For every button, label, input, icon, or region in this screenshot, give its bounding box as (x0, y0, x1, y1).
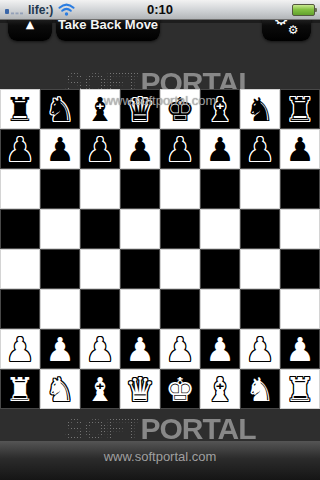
piece-white-rook[interactable]: ♜ (5, 373, 35, 406)
square-h3[interactable] (280, 289, 320, 329)
piece-white-rook[interactable]: ♜ (285, 373, 315, 406)
square-g7[interactable]: ♟ (240, 129, 280, 169)
piece-black-bishop[interactable]: ♝ (85, 93, 115, 126)
square-b2[interactable]: ♟ (40, 329, 80, 369)
piece-white-pawn[interactable]: ♟ (245, 333, 275, 366)
softportal-watermark-bottom: SOFTPORTAL (0, 414, 320, 444)
gear-small-icon: ⚙ (288, 24, 299, 36)
piece-white-pawn[interactable]: ♟ (165, 333, 195, 366)
piece-black-pawn[interactable]: ♟ (245, 133, 275, 166)
square-g6[interactable] (240, 169, 280, 209)
square-a5[interactable] (0, 209, 40, 249)
piece-black-pawn[interactable]: ♟ (85, 133, 115, 166)
square-f1[interactable]: ♝ (200, 369, 240, 409)
piece-black-pawn[interactable]: ♟ (125, 133, 155, 166)
piece-black-pawn[interactable]: ♟ (285, 133, 315, 166)
square-e5[interactable] (160, 209, 200, 249)
square-c1[interactable]: ♝ (80, 369, 120, 409)
square-h2[interactable]: ♟ (280, 329, 320, 369)
status-bar: life:) 0:10 (0, 0, 320, 20)
wifi-icon (58, 3, 75, 16)
square-g4[interactable] (240, 249, 280, 289)
piece-white-bishop[interactable]: ♝ (205, 373, 235, 406)
square-c7[interactable]: ♟ (80, 129, 120, 169)
piece-white-knight[interactable]: ♞ (45, 373, 75, 406)
chess-board[interactable]: ♜♞♝♛♚♝♞♜♟♟♟♟♟♟♟♟♟♟♟♟♟♟♟♟♜♞♝♛♚♝♞♜ (0, 89, 320, 409)
piece-white-pawn[interactable]: ♟ (45, 333, 75, 366)
square-e1[interactable]: ♚ (160, 369, 200, 409)
square-d7[interactable]: ♟ (120, 129, 160, 169)
piece-white-pawn[interactable]: ♟ (125, 333, 155, 366)
square-e8[interactable]: ♚ (160, 89, 200, 129)
piece-white-bishop[interactable]: ♝ (85, 373, 115, 406)
square-f5[interactable] (200, 209, 240, 249)
square-d6[interactable] (120, 169, 160, 209)
square-g1[interactable]: ♞ (240, 369, 280, 409)
square-c4[interactable] (80, 249, 120, 289)
square-c5[interactable] (80, 209, 120, 249)
piece-white-king[interactable]: ♚ (165, 373, 195, 406)
piece-black-knight[interactable]: ♞ (245, 93, 275, 126)
square-e2[interactable]: ♟ (160, 329, 200, 369)
piece-black-pawn[interactable]: ♟ (5, 133, 35, 166)
square-f3[interactable] (200, 289, 240, 329)
square-a7[interactable]: ♟ (0, 129, 40, 169)
app-screen: life:) 0:10 SOFTPORTAL www.softportal.co… (0, 0, 320, 480)
piece-black-king[interactable]: ♚ (165, 93, 195, 126)
square-c8[interactable]: ♝ (80, 89, 120, 129)
piece-black-knight[interactable]: ♞ (45, 93, 75, 126)
piece-white-pawn[interactable]: ♟ (205, 333, 235, 366)
square-d1[interactable]: ♛ (120, 369, 160, 409)
square-h7[interactable]: ♟ (280, 129, 320, 169)
bottom-toolbar (0, 441, 320, 480)
square-f4[interactable] (200, 249, 240, 289)
square-d2[interactable]: ♟ (120, 329, 160, 369)
square-f8[interactable]: ♝ (200, 89, 240, 129)
carrier-label: life:) (28, 3, 53, 17)
square-h6[interactable] (280, 169, 320, 209)
square-b1[interactable]: ♞ (40, 369, 80, 409)
square-b6[interactable] (40, 169, 80, 209)
piece-black-pawn[interactable]: ♟ (165, 133, 195, 166)
square-b5[interactable] (40, 209, 80, 249)
piece-black-rook[interactable]: ♜ (285, 93, 315, 126)
piece-white-pawn[interactable]: ♟ (285, 333, 315, 366)
square-c3[interactable] (80, 289, 120, 329)
square-c6[interactable] (80, 169, 120, 209)
square-f6[interactable] (200, 169, 240, 209)
square-a8[interactable]: ♜ (0, 89, 40, 129)
square-h4[interactable] (280, 249, 320, 289)
square-e3[interactable] (160, 289, 200, 329)
square-e6[interactable] (160, 169, 200, 209)
square-f2[interactable]: ♟ (200, 329, 240, 369)
square-d8[interactable]: ♛ (120, 89, 160, 129)
piece-white-knight[interactable]: ♞ (245, 373, 275, 406)
square-b7[interactable]: ♟ (40, 129, 80, 169)
square-c2[interactable]: ♟ (80, 329, 120, 369)
square-b3[interactable] (40, 289, 80, 329)
battery-icon (292, 4, 315, 16)
piece-white-pawn[interactable]: ♟ (85, 333, 115, 366)
square-h8[interactable]: ♜ (280, 89, 320, 129)
piece-black-queen[interactable]: ♛ (125, 93, 155, 126)
square-d5[interactable] (120, 209, 160, 249)
piece-black-rook[interactable]: ♜ (5, 93, 35, 126)
piece-black-bishop[interactable]: ♝ (205, 93, 235, 126)
square-e4[interactable] (160, 249, 200, 289)
square-a4[interactable] (0, 249, 40, 289)
square-e7[interactable]: ♟ (160, 129, 200, 169)
square-g8[interactable]: ♞ (240, 89, 280, 129)
square-h1[interactable]: ♜ (280, 369, 320, 409)
square-f7[interactable]: ♟ (200, 129, 240, 169)
square-b8[interactable]: ♞ (40, 89, 80, 129)
square-h5[interactable] (280, 209, 320, 249)
piece-white-pawn[interactable]: ♟ (5, 333, 35, 366)
piece-black-pawn[interactable]: ♟ (205, 133, 235, 166)
square-g5[interactable] (240, 209, 280, 249)
square-g2[interactable]: ♟ (240, 329, 280, 369)
square-a2[interactable]: ♟ (0, 329, 40, 369)
square-g3[interactable] (240, 289, 280, 329)
signal-strength-icon (5, 5, 25, 15)
square-a1[interactable]: ♜ (0, 369, 40, 409)
square-d3[interactable] (120, 289, 160, 329)
piece-black-pawn[interactable]: ♟ (45, 133, 75, 166)
square-a6[interactable] (0, 169, 40, 209)
square-d4[interactable] (120, 249, 160, 289)
square-b4[interactable] (40, 249, 80, 289)
piece-white-queen[interactable]: ♛ (125, 373, 155, 406)
square-a3[interactable] (0, 289, 40, 329)
